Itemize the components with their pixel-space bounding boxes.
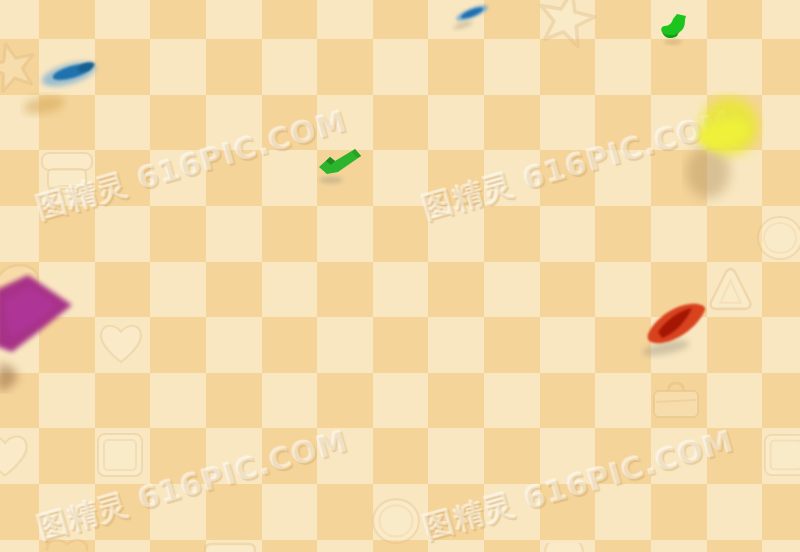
board-square	[540, 0, 596, 39]
board-square	[762, 39, 800, 95]
board-square	[762, 540, 800, 552]
board-square	[651, 206, 707, 262]
board-square	[707, 373, 763, 429]
board-square	[39, 262, 95, 318]
board-square	[484, 150, 540, 206]
board-square	[206, 540, 262, 552]
board-square	[595, 373, 651, 429]
board-square	[428, 428, 484, 484]
board-square	[428, 373, 484, 429]
board-square	[39, 540, 95, 552]
board-square	[484, 540, 540, 552]
board-square	[95, 540, 151, 552]
board-square	[373, 262, 429, 318]
board-square	[595, 0, 651, 39]
board-square	[707, 150, 763, 206]
board-square	[206, 262, 262, 318]
board-square	[39, 39, 95, 95]
board-square	[150, 0, 206, 39]
board-square	[150, 373, 206, 429]
board-square	[484, 373, 540, 429]
board-square	[540, 317, 596, 373]
board-square	[540, 150, 596, 206]
board-square	[206, 0, 262, 39]
board-square	[595, 317, 651, 373]
board-square	[95, 373, 151, 429]
board-square	[484, 0, 540, 39]
board-square	[95, 262, 151, 318]
board-square	[373, 206, 429, 262]
board-square	[317, 262, 373, 318]
board-square	[373, 428, 429, 484]
checkerboard	[0, 0, 800, 552]
board-square	[373, 0, 429, 39]
board-square	[373, 540, 429, 552]
board-square	[484, 39, 540, 95]
board-square	[39, 428, 95, 484]
board-square	[762, 317, 800, 373]
board-square	[0, 484, 39, 540]
board-square	[95, 39, 151, 95]
board-square	[484, 484, 540, 540]
board-square	[373, 484, 429, 540]
board-square	[595, 540, 651, 552]
board-square	[317, 95, 373, 151]
board-square	[262, 540, 318, 552]
board-square	[428, 540, 484, 552]
board-square	[595, 262, 651, 318]
board-square	[317, 39, 373, 95]
board-square	[707, 428, 763, 484]
board-square	[262, 206, 318, 262]
board-square	[39, 150, 95, 206]
board-square	[39, 206, 95, 262]
board-square	[0, 39, 39, 95]
board-square	[762, 484, 800, 540]
board-square	[428, 206, 484, 262]
board-square	[595, 150, 651, 206]
board-square	[762, 428, 800, 484]
board-square	[651, 0, 707, 39]
board-square	[150, 428, 206, 484]
board-square	[317, 428, 373, 484]
board-square	[0, 150, 39, 206]
board-square	[262, 317, 318, 373]
board-square	[150, 484, 206, 540]
board-square	[484, 317, 540, 373]
board-square	[206, 428, 262, 484]
board-square	[150, 540, 206, 552]
board-square	[95, 0, 151, 39]
board-square	[262, 95, 318, 151]
board-square	[262, 373, 318, 429]
board-square	[95, 150, 151, 206]
board-square	[95, 206, 151, 262]
board-square	[428, 484, 484, 540]
board-square	[206, 484, 262, 540]
board-square	[595, 39, 651, 95]
board-square	[373, 373, 429, 429]
board-square	[262, 262, 318, 318]
board-square	[762, 373, 800, 429]
board-square	[317, 540, 373, 552]
board-square	[540, 39, 596, 95]
board-square	[707, 206, 763, 262]
board-square	[428, 150, 484, 206]
board-square	[95, 428, 151, 484]
board-square	[707, 540, 763, 552]
board-square	[373, 95, 429, 151]
board-square	[428, 317, 484, 373]
board-square	[39, 95, 95, 151]
board-square	[206, 206, 262, 262]
board-square	[317, 0, 373, 39]
board-square	[428, 39, 484, 95]
board-square	[150, 317, 206, 373]
board-square	[707, 317, 763, 373]
board-square	[262, 428, 318, 484]
board-square	[707, 484, 763, 540]
board-square	[262, 0, 318, 39]
board-square	[262, 39, 318, 95]
board-square	[651, 150, 707, 206]
board-square	[707, 262, 763, 318]
board-square	[540, 540, 596, 552]
board-square	[150, 95, 206, 151]
board-square	[150, 262, 206, 318]
board-square	[595, 484, 651, 540]
board-square	[95, 95, 151, 151]
board-square	[262, 484, 318, 540]
board-square	[651, 95, 707, 151]
board-square	[484, 262, 540, 318]
board-square	[317, 373, 373, 429]
board-square	[651, 373, 707, 429]
board-square	[651, 428, 707, 484]
board-square	[595, 95, 651, 151]
board-square	[595, 206, 651, 262]
board-square	[484, 95, 540, 151]
board-square	[540, 95, 596, 151]
board-square	[484, 428, 540, 484]
board-square	[0, 317, 39, 373]
board-square	[651, 484, 707, 540]
board-square	[762, 206, 800, 262]
board-square	[206, 150, 262, 206]
board-square	[0, 206, 39, 262]
board-square	[595, 428, 651, 484]
board-square	[762, 150, 800, 206]
board-square	[762, 0, 800, 39]
checkerboard-background: 图精灵 616PIC.COM图精灵 616PIC.COM图精灵 616PIC.C…	[0, 0, 800, 552]
board-square	[0, 0, 39, 39]
board-square	[651, 39, 707, 95]
board-square	[0, 262, 39, 318]
board-square	[540, 484, 596, 540]
board-square	[651, 262, 707, 318]
board-square	[707, 39, 763, 95]
board-square	[651, 540, 707, 552]
board-square	[707, 95, 763, 151]
board-square	[540, 428, 596, 484]
board-square	[373, 39, 429, 95]
board-square	[317, 206, 373, 262]
board-square	[373, 150, 429, 206]
board-square	[317, 317, 373, 373]
board-square	[0, 95, 39, 151]
board-square	[150, 206, 206, 262]
board-square	[39, 0, 95, 39]
board-square	[428, 262, 484, 318]
board-square	[317, 150, 373, 206]
board-square	[95, 317, 151, 373]
board-square	[95, 484, 151, 540]
board-square	[0, 540, 39, 552]
board-square	[762, 95, 800, 151]
board-square	[206, 373, 262, 429]
board-square	[150, 39, 206, 95]
board-square	[762, 262, 800, 318]
board-square	[707, 0, 763, 39]
board-square	[206, 39, 262, 95]
board-square	[39, 373, 95, 429]
board-square	[0, 428, 39, 484]
board-square	[428, 95, 484, 151]
board-square	[373, 317, 429, 373]
board-square	[540, 262, 596, 318]
board-square	[39, 317, 95, 373]
board-square	[540, 373, 596, 429]
board-square	[317, 484, 373, 540]
board-square	[0, 373, 39, 429]
board-square	[150, 150, 206, 206]
board-square	[540, 206, 596, 262]
board-square	[428, 0, 484, 39]
board-square	[206, 317, 262, 373]
board-square	[39, 484, 95, 540]
board-square	[206, 95, 262, 151]
board-square	[651, 317, 707, 373]
board-square	[484, 206, 540, 262]
board-square	[262, 150, 318, 206]
